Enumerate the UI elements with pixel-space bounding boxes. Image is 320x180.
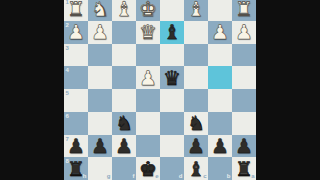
white-pawn-icon: ♟ [211,22,229,42]
square-f5[interactable] [112,89,136,112]
black-pawn-icon: ♟ [115,135,133,155]
square-d8[interactable]: d [160,157,184,180]
square-c5[interactable] [184,89,208,112]
square-b2[interactable]: ♟ [208,21,232,44]
square-c2[interactable] [184,21,208,44]
file-label-d: d [179,173,183,179]
white-bishop-icon: ♝ [187,0,205,19]
white-pawn-icon: ♟ [235,22,253,42]
rank-label-2: 2 [66,22,69,28]
file-label-a: a [251,173,254,179]
square-b3[interactable] [208,44,232,67]
square-h7[interactable]: 7♟ [64,135,88,158]
black-pawn-icon: ♟ [187,135,205,155]
black-knight-icon: ♞ [115,113,133,133]
square-c1[interactable]: ♝ [184,0,208,21]
black-pawn-icon: ♟ [211,135,229,155]
square-g3[interactable] [88,44,112,67]
white-queen-icon: ♛ [139,22,157,42]
black-king-icon: ♚ [139,158,157,178]
square-d4[interactable]: ♛ [160,66,184,89]
square-e6[interactable] [136,112,160,135]
square-b4[interactable] [208,66,232,89]
black-bishop-icon: ♝ [187,158,205,178]
square-h4[interactable]: 4 [64,66,88,89]
file-label-h: h [83,173,87,179]
square-e2[interactable]: ♛ [136,21,160,44]
square-c8[interactable]: c♝ [184,157,208,180]
square-f4[interactable] [112,66,136,89]
square-e4[interactable]: ♟ [136,66,160,89]
square-f7[interactable]: ♟ [112,135,136,158]
square-h3[interactable]: 3 [64,44,88,67]
square-f1[interactable]: ♝ [112,0,136,21]
rank-label-8: 8 [66,158,69,164]
square-g6[interactable] [88,112,112,135]
rank-label-1: 1 [66,0,69,5]
square-a2[interactable]: ♟ [232,21,256,44]
black-queen-icon: ♛ [163,67,181,87]
square-g8[interactable]: g [88,157,112,180]
square-b7[interactable]: ♟ [208,135,232,158]
rank-label-3: 3 [66,45,69,51]
rank-label-6: 6 [66,113,69,119]
white-bishop-icon: ♝ [115,0,133,19]
white-knight-icon: ♞ [91,0,109,19]
square-e1[interactable]: ♚ [136,0,160,21]
file-label-e: e [155,173,158,179]
square-d6[interactable] [160,112,184,135]
square-c7[interactable]: ♟ [184,135,208,158]
square-a6[interactable] [232,112,256,135]
square-e7[interactable] [136,135,160,158]
square-f3[interactable] [112,44,136,67]
black-bishop-icon: ♝ [163,22,181,42]
black-pawn-icon: ♟ [235,135,253,155]
square-f2[interactable] [112,21,136,44]
white-pawn-icon: ♟ [91,22,109,42]
file-label-c: c [203,173,206,179]
square-d5[interactable] [160,89,184,112]
file-label-f: f [133,173,135,179]
square-g1[interactable]: ♞ [88,0,112,21]
white-pawn-icon: ♟ [67,22,85,42]
square-b8[interactable]: b [208,157,232,180]
square-g4[interactable] [88,66,112,89]
black-rook-icon: ♜ [235,158,253,178]
rank-label-5: 5 [66,90,69,96]
black-pawn-icon: ♟ [67,135,85,155]
square-c6[interactable]: ♞ [184,112,208,135]
white-rook-icon: ♜ [235,0,253,19]
square-b5[interactable] [208,89,232,112]
square-a1[interactable]: ♜ [232,0,256,21]
chess-board: 1♜♞♝♚♝♜2♟♟♛♝♟♟34♟♛56♞♞7♟♟♟♟♟♟8h♜gfe♚dc♝b… [64,0,256,180]
file-label-g: g [107,173,111,179]
file-label-b: b [227,173,231,179]
square-a7[interactable]: ♟ [232,135,256,158]
square-a3[interactable] [232,44,256,67]
square-d2[interactable]: ♝ [160,21,184,44]
square-f6[interactable]: ♞ [112,112,136,135]
square-g7[interactable]: ♟ [88,135,112,158]
square-d1[interactable] [160,0,184,21]
square-e3[interactable] [136,44,160,67]
white-pawn-icon: ♟ [139,67,157,87]
black-knight-icon: ♞ [187,113,205,133]
white-rook-icon: ♜ [67,0,85,19]
black-rook-icon: ♜ [67,158,85,178]
square-h2[interactable]: 2♟ [64,21,88,44]
square-h8[interactable]: 8h♜ [64,157,88,180]
square-d7[interactable] [160,135,184,158]
letterbox-right [256,0,320,180]
square-b1[interactable] [208,0,232,21]
square-h5[interactable]: 5 [64,89,88,112]
square-a5[interactable] [232,89,256,112]
square-h1[interactable]: 1♜ [64,0,88,21]
rank-label-7: 7 [66,136,69,142]
square-b6[interactable] [208,112,232,135]
square-a4[interactable] [232,66,256,89]
letterbox-left [0,0,64,180]
square-c4[interactable] [184,66,208,89]
square-e5[interactable] [136,89,160,112]
square-g5[interactable] [88,89,112,112]
square-c3[interactable] [184,44,208,67]
chess-app-screenshot: 1♜♞♝♚♝♜2♟♟♛♝♟♟34♟♛56♞♞7♟♟♟♟♟♟8h♜gfe♚dc♝b… [0,0,320,180]
black-pawn-icon: ♟ [91,135,109,155]
square-g2[interactable]: ♟ [88,21,112,44]
square-f8[interactable]: f [112,157,136,180]
square-e8[interactable]: e♚ [136,157,160,180]
square-h6[interactable]: 6 [64,112,88,135]
square-d3[interactable] [160,44,184,67]
white-king-icon: ♚ [139,0,157,19]
rank-label-4: 4 [66,67,69,73]
square-a8[interactable]: a♜ [232,157,256,180]
